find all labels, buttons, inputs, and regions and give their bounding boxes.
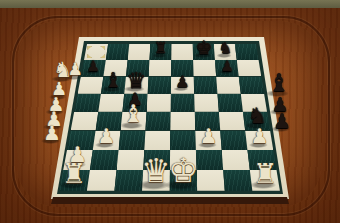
captured-black-pawn-2: ♟: [273, 111, 291, 131]
chess-app-window: ♜♚♞♟♟♝♛♟♟♞♝♟♟♟♟♜♛♚♜♞♟♟♟♟♟♝♟♟: [0, 0, 340, 223]
selection-arrow-ne: [100, 46, 105, 50]
white-bishop-c4[interactable]: ♝: [123, 103, 144, 127]
white-pawn-b3[interactable]: ♟: [97, 126, 115, 146]
white-king-e1[interactable]: ♚: [168, 154, 198, 188]
selection-arrows-icon: [87, 46, 105, 58]
selection-arrow-se: [100, 54, 105, 58]
black-king-f8[interactable]: ♚: [195, 38, 212, 57]
black-rook-d8[interactable]: ♜: [154, 41, 168, 56]
white-rook-h1[interactable]: ♜: [253, 160, 277, 187]
captured-black-bishop-0: ♝: [268, 71, 290, 95]
captured-white-pawn-5: ♟: [43, 123, 61, 143]
selection-arrow-nw: [87, 46, 92, 50]
black-pawn-g7[interactable]: ♟: [221, 59, 234, 73]
black-pawn-a7[interactable]: ♟: [86, 59, 99, 73]
black-bishop-b6[interactable]: ♝: [104, 70, 122, 90]
black-knight-g8[interactable]: ♞: [219, 41, 233, 56]
pieces-layer: ♜♚♞♟♟♝♛♟♟♞♝♟♟♟♟♜♛♚♜♞♟♟♟♟♟♝♟♟: [0, 0, 340, 223]
white-pawn-f3[interactable]: ♟: [199, 126, 217, 146]
black-pawn-e6[interactable]: ♟: [175, 74, 189, 90]
white-pawn-h3[interactable]: ♟: [251, 126, 269, 146]
white-rook-a1[interactable]: ♜: [62, 160, 86, 187]
black-queen-c6[interactable]: ♛: [126, 69, 146, 91]
white-queen-d1[interactable]: ♛: [141, 155, 170, 188]
